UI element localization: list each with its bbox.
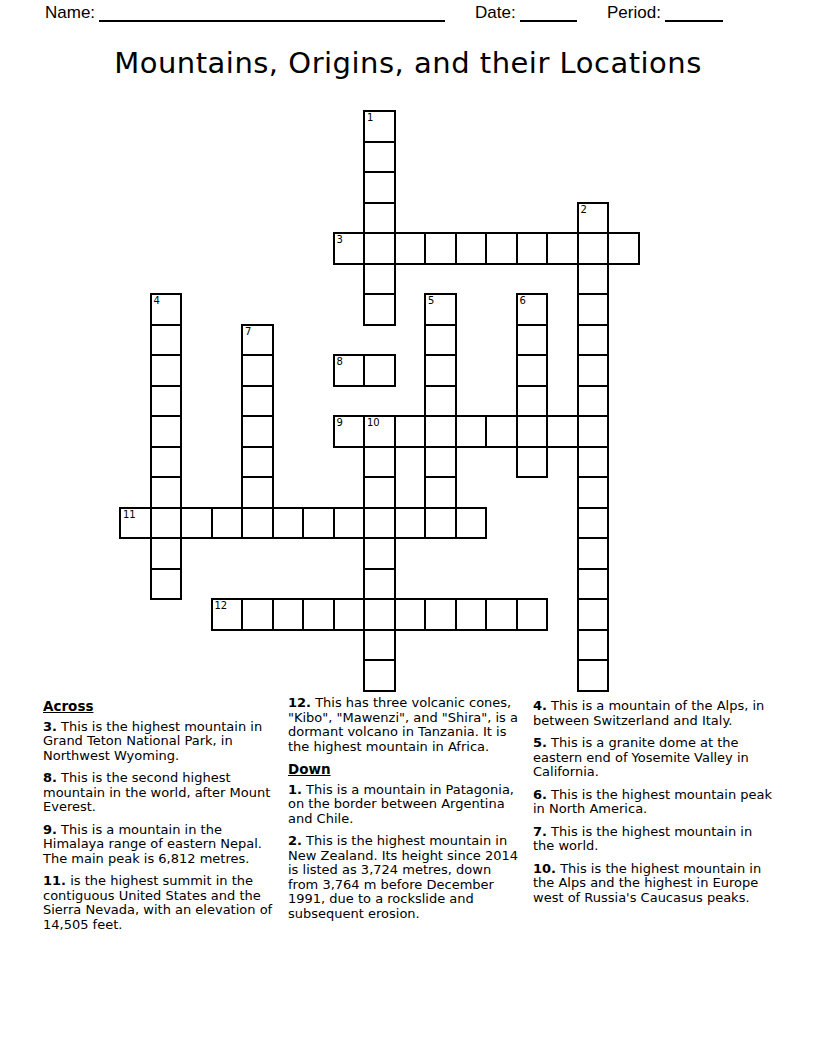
clue-number: 5. [533,735,547,750]
grid-cell[interactable] [211,507,244,540]
clues-column-1: Across3. This is the highest mountain in… [43,699,283,940]
grid-cell[interactable] [516,385,549,418]
clue-across-8: 8. This is the second highest mountain i… [43,771,283,815]
grid-cell[interactable] [150,415,183,448]
clue-number: 2. [288,833,302,848]
clue-number: 9. [43,822,57,837]
date-input-line[interactable] [520,20,577,22]
grid-cell[interactable] [302,507,335,540]
grid-cell[interactable] [577,507,610,540]
period-label: Period: [607,3,661,23]
cell-number: 7 [245,327,251,337]
cell-number: 11 [123,510,136,520]
clue-number: 10. [533,861,556,876]
clue-down-7: 7. This is the highest mountain in the w… [533,825,775,854]
clue-number: 12. [288,695,311,710]
clue-number: 11. [43,873,66,888]
grid-cell[interactable] [577,659,610,692]
grid-cell[interactable] [577,568,610,601]
cell-number: 10 [367,418,380,428]
grid-cell[interactable] [272,598,305,631]
crossword-grid: 123456789101112 [119,110,640,692]
grid-cell[interactable] [424,476,457,509]
grid-cell[interactable] [577,324,610,357]
grid-cell[interactable] [424,598,457,631]
grid-cell[interactable] [363,537,396,570]
grid-cell[interactable] [363,171,396,204]
grid-cell[interactable] [241,354,274,387]
grid-cell[interactable] [150,568,183,601]
grid-cell[interactable] [363,232,396,265]
grid-cell[interactable] [394,598,427,631]
grid-cell[interactable] [577,629,610,662]
grid-cell[interactable] [150,324,183,357]
name-input-line[interactable] [99,20,445,22]
grid-cell[interactable]: 2 [577,202,610,235]
grid-cell[interactable] [577,415,610,448]
grid-cell[interactable]: 9 [333,415,366,448]
grid-cell[interactable] [302,598,335,631]
grid-cell[interactable] [424,385,457,418]
grid-cell[interactable] [516,354,549,387]
grid-cell[interactable] [394,232,427,265]
grid-cell[interactable] [180,507,213,540]
grid-cell[interactable]: 4 [150,293,183,326]
clues-column-2: 12. This has three volcanic cones, "Kibo… [288,696,524,929]
clue-down-6: 6. This is the highest mountain peak in … [533,788,775,817]
clue-number: 4. [533,698,547,713]
cell-number: 12 [215,601,228,611]
grid-cell[interactable]: 8 [333,354,366,387]
grid-cell[interactable] [485,415,518,448]
grid-cell[interactable] [516,415,549,448]
page-title: Mountains, Origins, and their Locations [0,46,816,80]
grid-cell[interactable] [241,446,274,479]
grid-cell[interactable] [455,598,488,631]
grid-cell[interactable]: 3 [333,232,366,265]
grid-cell[interactable] [485,598,518,631]
clue-across-9: 9. This is a mountain in the Himalaya ra… [43,823,283,867]
clue-across-3: 3. This is the highest mountain in Grand… [43,720,283,764]
grid-cell[interactable] [577,446,610,479]
grid-cell[interactable] [150,354,183,387]
grid-cell[interactable] [363,629,396,662]
grid-cell[interactable] [150,507,183,540]
grid-cell[interactable]: 7 [241,324,274,357]
grid-cell[interactable] [363,507,396,540]
grid-cell[interactable] [424,446,457,479]
grid-cell[interactable]: 5 [424,293,457,326]
clues-column-3: 4. This is a mountain of the Alps, in be… [533,699,775,913]
grid-cell[interactable] [424,232,457,265]
grid-cell[interactable] [333,507,366,540]
grid-cell[interactable] [546,415,579,448]
clue-number: 8. [43,770,57,785]
grid-cell[interactable] [577,385,610,418]
grid-cell[interactable] [241,415,274,448]
grid-cell[interactable] [577,293,610,326]
grid-cell[interactable]: 12 [211,598,244,631]
grid-cell[interactable] [363,202,396,235]
clue-number: 7. [533,824,547,839]
clue-number: 3. [43,719,57,734]
grid-cell[interactable] [363,354,396,387]
grid-cell[interactable] [241,385,274,418]
grid-cell[interactable] [363,598,396,631]
clue-down-1: 1. This is a mountain in Patagonia, on t… [288,783,524,827]
grid-cell[interactable] [516,324,549,357]
grid-cell[interactable] [363,141,396,174]
cell-number: 3 [337,235,343,245]
cell-number: 4 [154,296,160,306]
grid-cell[interactable] [363,446,396,479]
grid-cell[interactable] [577,232,610,265]
clue-across-11: 11. is the highest summit in the contigu… [43,874,283,932]
grid-cell[interactable] [363,293,396,326]
grid-cell[interactable] [363,263,396,296]
grid-cell[interactable] [241,507,274,540]
date-label: Date: [475,3,516,23]
grid-cell[interactable] [424,324,457,357]
grid-cell[interactable] [424,354,457,387]
grid-cell[interactable]: 10 [363,415,396,448]
grid-cell[interactable] [272,507,305,540]
grid-cell[interactable] [333,598,366,631]
grid-cell[interactable] [363,476,396,509]
grid-cell[interactable] [241,476,274,509]
clue-number: 6. [533,787,547,802]
grid-cell[interactable] [241,598,274,631]
grid-cell[interactable] [150,476,183,509]
grid-cell[interactable]: 11 [119,507,152,540]
grid-cell[interactable] [577,354,610,387]
grid-cell[interactable] [546,232,579,265]
grid-cell[interactable] [577,263,610,296]
clue-down-2: 2. This is the highest mountain in New Z… [288,834,524,921]
clue-number: 1. [288,782,302,797]
grid-cell[interactable] [577,537,610,570]
grid-cell[interactable] [150,446,183,479]
grid-cell[interactable] [150,385,183,418]
cell-number: 8 [337,357,343,367]
grid-cell[interactable] [363,659,396,692]
period-input-line[interactable] [665,20,723,22]
grid-cell[interactable] [607,232,640,265]
cell-number: 5 [428,296,434,306]
grid-cell[interactable] [485,232,518,265]
clue-down-4: 4. This is a mountain of the Alps, in be… [533,699,775,728]
grid-cell[interactable] [516,232,549,265]
grid-cell[interactable] [424,415,457,448]
down-clues-heading: Down [288,762,524,777]
clue-down-10: 10. This is the highest mountain in the … [533,862,775,906]
cell-number: 1 [367,113,373,123]
clue-across-12: 12. This has three volcanic cones, "Kibo… [288,696,524,754]
grid-cell[interactable] [455,507,488,540]
grid-cell[interactable]: 6 [516,293,549,326]
clue-down-5: 5. This is a granite dome at the eastern… [533,736,775,780]
across-clues-heading: Across [43,699,283,714]
cell-number: 9 [337,418,343,428]
cell-number: 2 [581,205,587,215]
cell-number: 6 [520,296,526,306]
grid-cell[interactable] [516,446,549,479]
grid-cell[interactable] [394,507,427,540]
grid-cell[interactable] [394,415,427,448]
grid-cell[interactable] [455,232,488,265]
grid-cell[interactable] [455,415,488,448]
grid-cell[interactable] [577,476,610,509]
grid-cell[interactable] [577,598,610,631]
grid-cell[interactable] [516,598,549,631]
name-label: Name: [45,3,95,23]
grid-cell[interactable] [424,507,457,540]
grid-cell[interactable] [363,568,396,601]
grid-cell[interactable]: 1 [363,110,396,143]
grid-cell[interactable] [150,537,183,570]
